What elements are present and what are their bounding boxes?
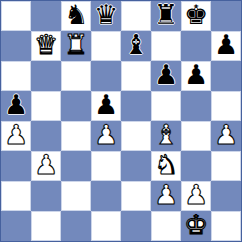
white-king: ♚ xyxy=(184,211,208,240)
square-h3[interactable] xyxy=(211,151,241,181)
square-d5[interactable]: ♟ xyxy=(91,91,121,121)
square-c8[interactable]: ♞ xyxy=(61,1,91,31)
square-c6[interactable] xyxy=(61,61,91,91)
black-rook: ♜ xyxy=(154,1,178,30)
black-pawn: ♟ xyxy=(214,31,238,60)
square-g4[interactable] xyxy=(181,121,211,151)
square-a7[interactable] xyxy=(1,31,31,61)
white-rook: ♜ xyxy=(64,31,88,60)
black-pawn: ♟ xyxy=(154,61,178,90)
black-pawn: ♟ xyxy=(4,91,28,120)
square-a5[interactable]: ♟ xyxy=(1,91,31,121)
square-h5[interactable] xyxy=(211,91,241,121)
square-h2[interactable] xyxy=(211,181,241,211)
square-d6[interactable] xyxy=(91,61,121,91)
square-e6[interactable] xyxy=(121,61,151,91)
square-e7[interactable]: ♝ xyxy=(121,31,151,61)
square-g3[interactable] xyxy=(181,151,211,181)
square-d4[interactable]: ♟ xyxy=(91,121,121,151)
square-d3[interactable] xyxy=(91,151,121,181)
square-f4[interactable]: ♝ xyxy=(151,121,181,151)
black-pawn: ♟ xyxy=(94,91,118,120)
square-b3[interactable]: ♟ xyxy=(31,151,61,181)
square-f2[interactable]: ♟ xyxy=(151,181,181,211)
square-f3[interactable]: ♞ xyxy=(151,151,181,181)
chess-board: ♞♛♜♚♛♜♝♟♟♟♟♟♟♟♝♟♟♞♟♟♚ xyxy=(0,0,242,242)
black-bishop: ♝ xyxy=(124,31,148,60)
square-f1[interactable] xyxy=(151,211,181,241)
square-h7[interactable]: ♟ xyxy=(211,31,241,61)
square-e1[interactable] xyxy=(121,211,151,241)
square-c3[interactable] xyxy=(61,151,91,181)
black-king: ♚ xyxy=(184,1,208,30)
square-e4[interactable] xyxy=(121,121,151,151)
white-knight: ♞ xyxy=(154,151,178,180)
square-c4[interactable] xyxy=(61,121,91,151)
square-b7[interactable]: ♛ xyxy=(31,31,61,61)
square-h8[interactable] xyxy=(211,1,241,31)
square-d1[interactable] xyxy=(91,211,121,241)
white-queen: ♛ xyxy=(34,31,58,60)
square-f7[interactable] xyxy=(151,31,181,61)
square-a6[interactable] xyxy=(1,61,31,91)
square-d2[interactable] xyxy=(91,181,121,211)
black-queen: ♛ xyxy=(94,1,118,30)
square-c1[interactable] xyxy=(61,211,91,241)
square-a3[interactable] xyxy=(1,151,31,181)
square-a1[interactable] xyxy=(1,211,31,241)
square-h4[interactable]: ♟ xyxy=(211,121,241,151)
square-g2[interactable]: ♟ xyxy=(181,181,211,211)
square-a8[interactable] xyxy=(1,1,31,31)
square-b4[interactable] xyxy=(31,121,61,151)
white-pawn: ♟ xyxy=(34,151,58,180)
square-h6[interactable] xyxy=(211,61,241,91)
square-h1[interactable] xyxy=(211,211,241,241)
square-e5[interactable] xyxy=(121,91,151,121)
white-pawn: ♟ xyxy=(214,121,238,150)
square-c5[interactable] xyxy=(61,91,91,121)
square-b5[interactable] xyxy=(31,91,61,121)
square-g8[interactable]: ♚ xyxy=(181,1,211,31)
square-g7[interactable] xyxy=(181,31,211,61)
white-pawn: ♟ xyxy=(94,121,118,150)
square-e8[interactable] xyxy=(121,1,151,31)
black-knight: ♞ xyxy=(64,1,88,30)
white-bishop: ♝ xyxy=(154,121,178,150)
white-pawn: ♟ xyxy=(184,181,208,210)
square-b6[interactable] xyxy=(31,61,61,91)
square-a2[interactable] xyxy=(1,181,31,211)
square-f6[interactable]: ♟ xyxy=(151,61,181,91)
square-d7[interactable] xyxy=(91,31,121,61)
square-f5[interactable] xyxy=(151,91,181,121)
square-c2[interactable] xyxy=(61,181,91,211)
square-c7[interactable]: ♜ xyxy=(61,31,91,61)
square-d8[interactable]: ♛ xyxy=(91,1,121,31)
square-e2[interactable] xyxy=(121,181,151,211)
black-pawn: ♟ xyxy=(184,61,208,90)
square-b1[interactable] xyxy=(31,211,61,241)
white-pawn: ♟ xyxy=(4,121,28,150)
square-a4[interactable]: ♟ xyxy=(1,121,31,151)
square-b2[interactable] xyxy=(31,181,61,211)
white-pawn: ♟ xyxy=(154,181,178,210)
square-g5[interactable] xyxy=(181,91,211,121)
square-f8[interactable]: ♜ xyxy=(151,1,181,31)
square-b8[interactable] xyxy=(31,1,61,31)
square-e3[interactable] xyxy=(121,151,151,181)
square-g1[interactable]: ♚ xyxy=(181,211,211,241)
square-g6[interactable]: ♟ xyxy=(181,61,211,91)
